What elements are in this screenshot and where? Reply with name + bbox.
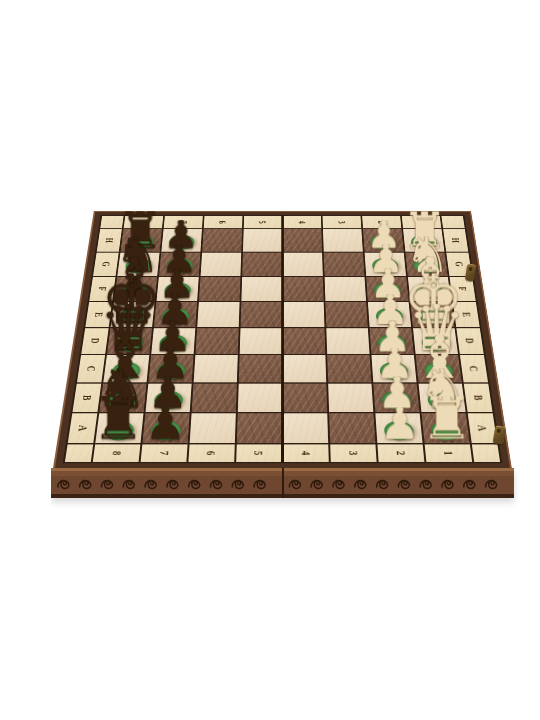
square-d8[interactable] — [107, 328, 152, 354]
square-b8[interactable] — [99, 384, 146, 412]
square-d6[interactable] — [195, 328, 238, 354]
felt-pad — [413, 258, 441, 273]
file-label-right-B: B — [464, 384, 493, 412]
square-c8[interactable] — [103, 355, 149, 382]
square-d7[interactable] — [151, 328, 195, 354]
rank-label-text: 7 — [176, 221, 190, 224]
board-corner — [472, 444, 500, 461]
square-c3[interactable] — [328, 355, 372, 382]
felt-pad — [118, 308, 147, 324]
square-b1[interactable] — [419, 384, 466, 412]
square-e4[interactable] — [283, 302, 324, 327]
felt-pad — [374, 283, 402, 299]
square-c5[interactable] — [238, 355, 281, 382]
rank-label-top-6: 6 — [203, 216, 242, 228]
file-label-text: H — [449, 238, 463, 243]
square-g2[interactable] — [365, 253, 406, 276]
rank-label-top-8: 8 — [124, 216, 163, 228]
rank-label-text: 2 — [375, 221, 389, 224]
square-a6[interactable] — [189, 413, 235, 443]
rank-label-top-5: 5 — [243, 216, 281, 228]
board-top-face: 87654321HHGGFFEEDDCCBBAA87654321 — [55, 212, 510, 468]
rank-label-text: 3 — [346, 451, 362, 455]
square-a1[interactable] — [422, 413, 470, 443]
square-f6[interactable] — [199, 277, 240, 301]
square-c6[interactable] — [193, 355, 237, 382]
square-f7[interactable] — [156, 277, 198, 301]
felt-pad — [376, 308, 404, 324]
square-f8[interactable] — [114, 277, 157, 301]
square-e8[interactable] — [111, 302, 155, 327]
file-label-text: B — [79, 395, 95, 400]
square-h2[interactable] — [363, 229, 403, 251]
rank-label-bottom-7: 7 — [140, 444, 187, 461]
square-h7[interactable] — [161, 229, 201, 251]
square-a8[interactable] — [95, 413, 143, 443]
square-h8[interactable] — [121, 229, 162, 251]
file-label-left-A: A — [68, 413, 98, 443]
square-h5[interactable] — [243, 229, 282, 251]
square-c4[interactable] — [283, 355, 326, 382]
rank-label-text: 8 — [137, 221, 151, 224]
rank-label-top-3: 3 — [323, 216, 362, 228]
file-label-left-D: D — [81, 328, 108, 354]
felt-pad — [415, 283, 443, 299]
felt-pad — [384, 421, 415, 440]
rank-label-bottom-6: 6 — [188, 444, 234, 461]
felt-pad — [418, 308, 447, 324]
file-label-left-B: B — [72, 384, 101, 412]
square-f3[interactable] — [325, 277, 366, 301]
felt-pad — [168, 235, 195, 250]
square-a2[interactable] — [376, 413, 423, 443]
board-corner — [100, 216, 123, 228]
felt-pad — [378, 335, 407, 352]
felt-pad — [111, 362, 141, 380]
square-d1[interactable] — [413, 328, 458, 354]
file-label-right-D: D — [456, 328, 483, 354]
felt-pad — [159, 335, 188, 352]
file-label-right-E: E — [453, 302, 480, 327]
rank-label-text: 3 — [335, 221, 348, 224]
square-c1[interactable] — [416, 355, 462, 382]
felt-pad — [380, 362, 409, 380]
square-g1[interactable] — [406, 253, 448, 276]
rank-label-top-1: 1 — [402, 216, 441, 228]
felt-pad — [372, 258, 399, 273]
rank-label-text: 4 — [296, 221, 309, 224]
file-label-text: D — [462, 338, 477, 343]
felt-pad — [128, 235, 155, 250]
rank-label-text: 1 — [440, 451, 456, 455]
chessboard: 87654321HHGGFFEEDDCCBBAA87654321 ♜♟♟♜♞♟♟… — [55, 212, 510, 468]
board-corner — [65, 444, 93, 461]
square-f1[interactable] — [408, 277, 451, 301]
square-d2[interactable] — [370, 328, 414, 354]
felt-pad — [370, 235, 397, 250]
rank-label-text: 7 — [156, 451, 172, 455]
square-b2[interactable] — [374, 384, 420, 412]
felt-pad — [430, 421, 461, 440]
square-b6[interactable] — [191, 384, 236, 412]
square-a4[interactable] — [283, 413, 328, 443]
file-label-text: C — [466, 366, 482, 372]
square-g5[interactable] — [242, 253, 282, 276]
square-b5[interactable] — [237, 384, 281, 412]
felt-pad — [153, 391, 183, 410]
rank-label-text: 5 — [256, 221, 269, 224]
square-f2[interactable] — [366, 277, 408, 301]
square-d4[interactable] — [283, 328, 325, 354]
square-e7[interactable] — [154, 302, 197, 327]
square-e3[interactable] — [326, 302, 368, 327]
square-h3[interactable] — [323, 229, 363, 251]
file-label-left-H: H — [97, 229, 122, 251]
rank-label-top-4: 4 — [283, 216, 321, 228]
square-f4[interactable] — [283, 277, 324, 301]
square-g3[interactable] — [324, 253, 365, 276]
square-e6[interactable] — [197, 302, 239, 327]
square-a7[interactable] — [142, 413, 189, 443]
felt-pad — [410, 235, 437, 250]
file-label-text: F — [95, 287, 110, 291]
felt-pad — [421, 335, 450, 352]
rank-label-bottom-1: 1 — [425, 444, 472, 461]
square-b3[interactable] — [329, 384, 374, 412]
felt-pad — [164, 283, 192, 299]
rank-label-text: 6 — [203, 451, 219, 455]
file-label-left-C: C — [77, 355, 105, 382]
rank-label-text: 6 — [216, 221, 229, 224]
rank-label-text: 5 — [251, 451, 267, 455]
felt-pad — [121, 283, 149, 299]
file-label-left-F: F — [89, 277, 115, 301]
square-f5[interactable] — [241, 277, 282, 301]
felt-pad — [166, 258, 193, 273]
file-label-text: A — [474, 425, 490, 431]
square-a3[interactable] — [330, 413, 376, 443]
felt-pad — [150, 421, 181, 440]
carved-scroll-pattern — [51, 468, 514, 498]
rank-label-bottom-5: 5 — [236, 444, 282, 461]
rank-label-bottom-4: 4 — [283, 444, 329, 461]
file-label-text: F — [455, 287, 470, 291]
rank-label-text: 1 — [415, 221, 429, 224]
felt-pad — [115, 335, 144, 352]
square-g7[interactable] — [159, 253, 200, 276]
square-a5[interactable] — [236, 413, 281, 443]
square-h6[interactable] — [202, 229, 242, 251]
file-label-text: H — [102, 238, 116, 243]
file-label-text: G — [99, 261, 113, 266]
square-d3[interactable] — [327, 328, 370, 354]
square-h4[interactable] — [283, 229, 322, 251]
rank-label-bottom-2: 2 — [378, 444, 425, 461]
file-label-text: G — [452, 261, 466, 266]
file-label-text: E — [91, 312, 106, 317]
rank-label-text: 4 — [298, 451, 314, 455]
felt-pad — [156, 362, 185, 380]
board-corner — [441, 216, 464, 228]
rank-label-bottom-3: 3 — [331, 444, 377, 461]
rank-label-text: 2 — [393, 451, 409, 455]
file-label-left-G: G — [93, 253, 119, 276]
felt-pad — [107, 391, 138, 410]
board-front-edge — [51, 468, 514, 498]
square-c2[interactable] — [372, 355, 417, 382]
square-g8[interactable] — [117, 253, 159, 276]
file-label-text: A — [74, 425, 90, 431]
square-e1[interactable] — [410, 302, 454, 327]
product-photo-background: 87654321HHGGFFEEDDCCBBAA87654321 ♜♟♟♜♞♟♟… — [0, 0, 540, 720]
square-g4[interactable] — [283, 253, 323, 276]
rank-label-text: 8 — [108, 451, 124, 455]
file-label-text: E — [459, 312, 474, 317]
felt-pad — [382, 391, 412, 410]
felt-pad — [161, 308, 189, 324]
file-label-text: B — [470, 395, 486, 400]
square-c7[interactable] — [148, 355, 193, 382]
rank-label-top-7: 7 — [164, 216, 203, 228]
felt-pad — [103, 421, 134, 440]
file-label-text: C — [83, 366, 99, 372]
square-b7[interactable] — [145, 384, 191, 412]
square-d5[interactable] — [239, 328, 281, 354]
square-h1[interactable] — [403, 229, 444, 251]
file-label-left-E: E — [85, 302, 112, 327]
felt-pad — [427, 391, 458, 410]
file-label-text: D — [87, 338, 102, 343]
square-e2[interactable] — [368, 302, 411, 327]
square-e5[interactable] — [240, 302, 281, 327]
rank-label-top-2: 2 — [362, 216, 401, 228]
file-label-right-C: C — [460, 355, 488, 382]
square-g6[interactable] — [200, 253, 241, 276]
chessboard-3d-wrapper: 87654321HHGGFFEEDDCCBBAA87654321 ♜♟♟♜♞♟♟… — [55, 13, 510, 468]
square-b4[interactable] — [283, 384, 327, 412]
file-label-right-H: H — [443, 229, 468, 251]
felt-pad — [125, 258, 153, 273]
rank-label-bottom-8: 8 — [93, 444, 140, 461]
felt-pad — [424, 362, 454, 380]
